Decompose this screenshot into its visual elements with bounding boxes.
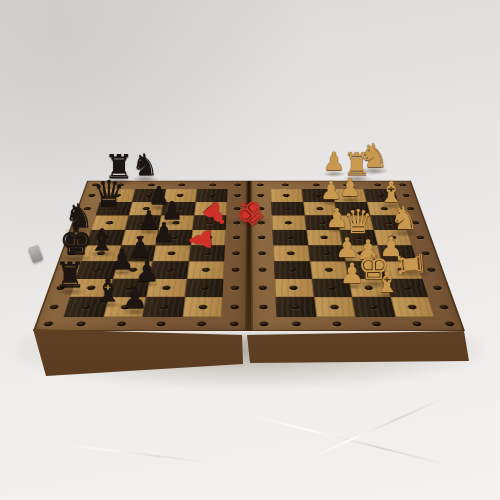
piece-black-rook[interactable]: ♜ [54,258,85,293]
piece-red-king[interactable]: ♚ [228,190,272,234]
piece-tan-pawn[interactable]: ♟ [323,149,345,174]
piece-tan-bishop[interactable]: ♝ [374,269,399,297]
piece-black-bishop[interactable]: ♝ [94,275,122,306]
piece-black-pawn[interactable]: ♟ [122,284,148,313]
piece-black-pawn[interactable]: ♟ [109,246,134,274]
photo-travel-chess-set: ♜♞♛♟♟♞♟♟♚♝♟♜♟♟♝♟♟♜♞♟♟♝♟♛♞♟♟♟♟♚♝♜♟♚♟ [0,0,500,500]
piece-tan-knight[interactable]: ♞ [390,202,419,234]
pieces-layer: ♜♞♛♟♟♞♟♟♚♝♟♜♟♟♝♟♟♜♞♟♟♝♟♛♞♟♟♟♟♚♝♜♟♚♟ [0,0,500,500]
piece-tan-pawn[interactable]: ♟ [320,178,342,203]
piece-black-knight[interactable]: ♞ [132,150,159,180]
piece-black-queen[interactable]: ♛ [93,176,125,212]
piece-tan-pawn[interactable]: ♟ [339,260,364,288]
piece-black-pawn[interactable]: ♟ [152,219,175,245]
piece-red-pawn[interactable]: ♟ [185,225,216,253]
